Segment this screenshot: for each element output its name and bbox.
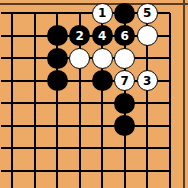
go-board: 1524673	[1, 2, 181, 182]
white-stone: 7	[114, 70, 135, 91]
board-intersection[interactable]	[136, 25, 159, 48]
board-intersection[interactable]	[46, 115, 69, 138]
board-intersection[interactable]	[136, 92, 159, 115]
board-intersection[interactable]	[114, 115, 137, 138]
board-intersection[interactable]	[46, 160, 69, 183]
board-intersection[interactable]	[1, 2, 24, 25]
board-intersection[interactable]	[159, 70, 182, 93]
board-intersection[interactable]	[91, 70, 114, 93]
board-intersection[interactable]	[1, 92, 24, 115]
board-intersection[interactable]	[159, 115, 182, 138]
board-intersection[interactable]	[1, 137, 24, 160]
board-intersection[interactable]	[159, 2, 182, 25]
black-stone	[114, 115, 135, 136]
board-intersection[interactable]	[136, 160, 159, 183]
board-intersection[interactable]	[1, 47, 24, 70]
board-intersection[interactable]	[24, 2, 47, 25]
board-intersection[interactable]	[114, 160, 137, 183]
board-intersection[interactable]: 2	[69, 25, 92, 48]
board-intersection[interactable]	[114, 92, 137, 115]
board-intersection[interactable]	[24, 25, 47, 48]
black-stone	[114, 93, 135, 114]
board-intersection[interactable]	[69, 160, 92, 183]
board-intersection[interactable]	[24, 47, 47, 70]
board-intersection[interactable]	[69, 137, 92, 160]
board-intersection[interactable]	[69, 2, 92, 25]
board-intersection[interactable]	[69, 92, 92, 115]
white-stone	[114, 48, 135, 69]
board-intersection[interactable]	[91, 47, 114, 70]
board-intersection[interactable]	[46, 47, 69, 70]
board-intersection[interactable]	[114, 137, 137, 160]
board-intersection[interactable]: 7	[114, 70, 137, 93]
board-intersection[interactable]	[46, 2, 69, 25]
board-intersection[interactable]	[136, 137, 159, 160]
board-intersection[interactable]	[46, 137, 69, 160]
board-intersection[interactable]	[91, 92, 114, 115]
white-stone	[92, 48, 113, 69]
board-intersection[interactable]	[1, 70, 24, 93]
board-intersection[interactable]	[1, 25, 24, 48]
board-intersection[interactable]	[91, 160, 114, 183]
board-intersection[interactable]	[159, 92, 182, 115]
black-stone: 4	[92, 25, 113, 46]
board-intersection[interactable]	[114, 47, 137, 70]
board-intersection[interactable]	[114, 2, 137, 25]
board-intersection[interactable]	[24, 92, 47, 115]
board-intersection[interactable]	[46, 92, 69, 115]
black-stone: 2	[69, 25, 90, 46]
board-intersection[interactable]	[1, 115, 24, 138]
board-intersection[interactable]	[159, 47, 182, 70]
white-stone: 5	[137, 3, 158, 24]
board-intersection[interactable]: 1	[91, 2, 114, 25]
board-intersection[interactable]	[24, 137, 47, 160]
board-intersection[interactable]	[159, 137, 182, 160]
black-stone	[114, 3, 135, 24]
black-stone	[47, 70, 68, 91]
black-stone: 6	[114, 25, 135, 46]
board-right-edge-frame	[183, 0, 185, 188]
board-intersection[interactable]	[91, 115, 114, 138]
white-stone: 1	[92, 3, 113, 24]
go-diagram: 1524673	[0, 0, 188, 188]
board-intersection[interactable]	[46, 25, 69, 48]
board-intersection[interactable]	[1, 160, 24, 183]
board-intersection[interactable]	[46, 70, 69, 93]
board-intersection[interactable]	[136, 115, 159, 138]
board-intersection[interactable]	[69, 115, 92, 138]
board-intersection[interactable]	[24, 70, 47, 93]
board-intersection[interactable]: 5	[136, 2, 159, 25]
board-intersection[interactable]: 6	[114, 25, 137, 48]
board-intersection[interactable]	[91, 137, 114, 160]
board-intersection[interactable]	[69, 70, 92, 93]
board-intersection[interactable]: 3	[136, 70, 159, 93]
black-stone	[47, 48, 68, 69]
board-intersection[interactable]	[136, 47, 159, 70]
black-stone	[92, 70, 113, 91]
white-stone: 3	[137, 70, 158, 91]
board-intersection[interactable]	[69, 47, 92, 70]
board-intersection[interactable]: 4	[91, 25, 114, 48]
board-intersection[interactable]	[159, 25, 182, 48]
board-intersection[interactable]	[159, 160, 182, 183]
black-stone	[47, 25, 68, 46]
white-stone	[137, 25, 158, 46]
white-stone	[69, 48, 90, 69]
board-intersection[interactable]	[24, 160, 47, 183]
board-intersection[interactable]	[24, 115, 47, 138]
